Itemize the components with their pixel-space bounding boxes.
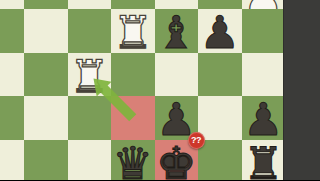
square-r2c1[interactable] [24, 53, 68, 97]
black-rook[interactable]: ♜ [243, 141, 283, 180]
square-r0c1[interactable] [24, 0, 68, 9]
square-r2c2[interactable]: ♜ [68, 53, 112, 97]
blunder-badge-label: ?? [191, 136, 201, 145]
square-r0c2[interactable] [68, 0, 112, 9]
square-r0c6[interactable]: ♟ [242, 0, 286, 9]
square-r4c6[interactable]: ♜ [242, 140, 286, 181]
square-r2c4[interactable] [155, 53, 199, 97]
right-dark-panel [283, 0, 320, 180]
square-r1c6[interactable] [242, 9, 286, 53]
square-r2c6[interactable] [242, 53, 286, 97]
video-frame: ♟♜♝♟♜♟♟♛♚♜ ?? [0, 0, 320, 180]
square-r2c3[interactable] [111, 53, 155, 97]
square-r4c5[interactable] [198, 140, 242, 181]
square-r3c3[interactable] [111, 96, 155, 140]
black-pawn[interactable]: ♟ [243, 98, 283, 142]
square-r0c0[interactable] [0, 0, 24, 9]
black-pawn[interactable]: ♟ [200, 11, 240, 55]
square-r1c3[interactable]: ♜ [111, 9, 155, 53]
square-r1c2[interactable] [68, 9, 112, 53]
square-r3c5[interactable] [198, 96, 242, 140]
square-r3c1[interactable] [24, 96, 68, 140]
square-r3c2[interactable] [68, 96, 112, 140]
square-r2c0[interactable] [0, 53, 24, 97]
square-r3c6[interactable]: ♟ [242, 96, 286, 140]
square-r4c0[interactable] [0, 140, 24, 181]
square-r4c1[interactable] [24, 140, 68, 181]
white-rook[interactable]: ♜ [69, 54, 109, 98]
square-r1c0[interactable] [0, 9, 24, 53]
square-r1c1[interactable] [24, 9, 68, 53]
black-queen[interactable]: ♛ [113, 141, 153, 180]
black-bishop[interactable]: ♝ [156, 11, 196, 55]
square-r2c5[interactable] [198, 53, 242, 97]
square-r4c3[interactable]: ♛ [111, 140, 155, 181]
square-r1c5[interactable]: ♟ [198, 9, 242, 53]
square-r3c0[interactable] [0, 96, 24, 140]
blunder-badge: ?? [188, 132, 205, 149]
square-r4c2[interactable] [68, 140, 112, 181]
chess-board[interactable]: ♟♜♝♟♜♟♟♛♚♜ [0, 0, 320, 180]
square-r1c4[interactable]: ♝ [155, 9, 199, 53]
white-rook[interactable]: ♜ [113, 11, 153, 55]
